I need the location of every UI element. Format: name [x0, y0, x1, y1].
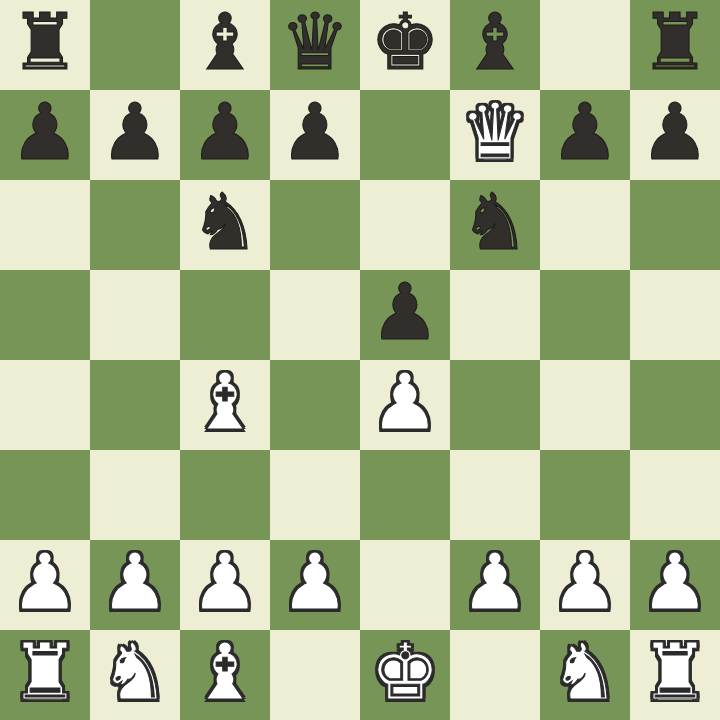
- piece-white-pawn[interactable]: ♟: [460, 537, 530, 627]
- square-g5[interactable]: [540, 270, 630, 360]
- piece-black-rook[interactable]: ♜: [10, 0, 80, 87]
- square-e2[interactable]: [360, 540, 450, 630]
- piece-white-pawn[interactable]: ♟: [640, 537, 710, 627]
- piece-black-pawn[interactable]: ♟: [190, 87, 260, 177]
- square-c1[interactable]: ♝: [180, 630, 270, 720]
- square-h6[interactable]: [630, 180, 720, 270]
- square-d3[interactable]: [270, 450, 360, 540]
- square-g6[interactable]: [540, 180, 630, 270]
- piece-black-pawn[interactable]: ♟: [100, 87, 170, 177]
- square-f4[interactable]: [450, 360, 540, 450]
- piece-white-bishop[interactable]: ♝: [190, 357, 260, 447]
- piece-white-queen[interactable]: ♛: [460, 87, 530, 177]
- square-d1[interactable]: [270, 630, 360, 720]
- square-f3[interactable]: [450, 450, 540, 540]
- piece-black-pawn[interactable]: ♟: [370, 267, 440, 357]
- square-g1[interactable]: ♞: [540, 630, 630, 720]
- square-h4[interactable]: [630, 360, 720, 450]
- piece-white-rook[interactable]: ♜: [10, 627, 80, 717]
- piece-black-king[interactable]: ♚: [370, 0, 440, 87]
- square-h2[interactable]: ♟: [630, 540, 720, 630]
- square-d7[interactable]: ♟: [270, 90, 360, 180]
- piece-white-bishop[interactable]: ♝: [190, 627, 260, 717]
- piece-white-knight[interactable]: ♞: [550, 627, 620, 717]
- piece-black-bishop[interactable]: ♝: [460, 0, 530, 87]
- square-a4[interactable]: [0, 360, 90, 450]
- square-a3[interactable]: [0, 450, 90, 540]
- square-b8[interactable]: [90, 0, 180, 90]
- square-a1[interactable]: ♜: [0, 630, 90, 720]
- square-e6[interactable]: [360, 180, 450, 270]
- square-e8[interactable]: ♚: [360, 0, 450, 90]
- square-h7[interactable]: ♟: [630, 90, 720, 180]
- piece-black-pawn[interactable]: ♟: [10, 87, 80, 177]
- square-g7[interactable]: ♟: [540, 90, 630, 180]
- square-e4[interactable]: ♟: [360, 360, 450, 450]
- square-d5[interactable]: [270, 270, 360, 360]
- piece-black-pawn[interactable]: ♟: [280, 87, 350, 177]
- piece-black-bishop[interactable]: ♝: [190, 0, 260, 87]
- square-h8[interactable]: ♜: [630, 0, 720, 90]
- chess-board: ♜♝♛♚♝♜♟♟♟♟♛♟♟♞♞♟♝♟♟♟♟♟♟♟♟♜♞♝♚♞♜: [0, 0, 720, 720]
- square-e5[interactable]: ♟: [360, 270, 450, 360]
- square-g8[interactable]: [540, 0, 630, 90]
- square-a7[interactable]: ♟: [0, 90, 90, 180]
- square-f7[interactable]: ♛: [450, 90, 540, 180]
- square-b3[interactable]: [90, 450, 180, 540]
- piece-black-knight[interactable]: ♞: [190, 177, 260, 267]
- piece-white-pawn[interactable]: ♟: [10, 537, 80, 627]
- square-g3[interactable]: [540, 450, 630, 540]
- square-a2[interactable]: ♟: [0, 540, 90, 630]
- square-f2[interactable]: ♟: [450, 540, 540, 630]
- square-d2[interactable]: ♟: [270, 540, 360, 630]
- square-d4[interactable]: [270, 360, 360, 450]
- square-b5[interactable]: [90, 270, 180, 360]
- square-e7[interactable]: [360, 90, 450, 180]
- piece-white-pawn[interactable]: ♟: [370, 357, 440, 447]
- square-c3[interactable]: [180, 450, 270, 540]
- square-b4[interactable]: [90, 360, 180, 450]
- piece-white-pawn[interactable]: ♟: [190, 537, 260, 627]
- square-b2[interactable]: ♟: [90, 540, 180, 630]
- piece-black-queen[interactable]: ♛: [280, 0, 350, 87]
- piece-white-pawn[interactable]: ♟: [100, 537, 170, 627]
- square-e3[interactable]: [360, 450, 450, 540]
- square-a8[interactable]: ♜: [0, 0, 90, 90]
- square-g4[interactable]: [540, 360, 630, 450]
- square-b6[interactable]: [90, 180, 180, 270]
- square-a5[interactable]: [0, 270, 90, 360]
- piece-black-pawn[interactable]: ♟: [550, 87, 620, 177]
- square-c8[interactable]: ♝: [180, 0, 270, 90]
- square-b1[interactable]: ♞: [90, 630, 180, 720]
- piece-white-pawn[interactable]: ♟: [280, 537, 350, 627]
- piece-white-pawn[interactable]: ♟: [550, 537, 620, 627]
- piece-black-pawn[interactable]: ♟: [640, 87, 710, 177]
- square-c5[interactable]: [180, 270, 270, 360]
- square-f5[interactable]: [450, 270, 540, 360]
- square-h1[interactable]: ♜: [630, 630, 720, 720]
- square-d6[interactable]: [270, 180, 360, 270]
- square-e1[interactable]: ♚: [360, 630, 450, 720]
- square-f1[interactable]: [450, 630, 540, 720]
- square-c7[interactable]: ♟: [180, 90, 270, 180]
- square-h5[interactable]: [630, 270, 720, 360]
- square-c2[interactable]: ♟: [180, 540, 270, 630]
- square-c4[interactable]: ♝: [180, 360, 270, 450]
- square-a6[interactable]: [0, 180, 90, 270]
- square-c6[interactable]: ♞: [180, 180, 270, 270]
- square-h3[interactable]: [630, 450, 720, 540]
- piece-white-rook[interactable]: ♜: [640, 627, 710, 717]
- piece-black-rook[interactable]: ♜: [640, 0, 710, 87]
- square-b7[interactable]: ♟: [90, 90, 180, 180]
- piece-white-knight[interactable]: ♞: [100, 627, 170, 717]
- piece-black-knight[interactable]: ♞: [460, 177, 530, 267]
- square-f8[interactable]: ♝: [450, 0, 540, 90]
- square-f6[interactable]: ♞: [450, 180, 540, 270]
- square-g2[interactable]: ♟: [540, 540, 630, 630]
- piece-white-king[interactable]: ♚: [370, 627, 440, 717]
- square-d8[interactable]: ♛: [270, 0, 360, 90]
